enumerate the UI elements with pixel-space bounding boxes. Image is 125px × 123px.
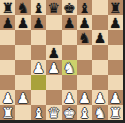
square-b8[interactable]: ♞ bbox=[15, 0, 30, 15]
piece-white-king[interactable]: ♚ bbox=[63, 106, 76, 120]
piece-white-bishop[interactable]: ♝ bbox=[32, 106, 45, 120]
square-d1[interactable]: ♛ bbox=[46, 105, 61, 120]
piece-white-rook[interactable]: ♜ bbox=[109, 106, 122, 120]
square-h8[interactable]: ♜ bbox=[108, 0, 123, 15]
square-f1[interactable]: ♝ bbox=[77, 105, 92, 120]
piece-white-pawn[interactable]: ♟ bbox=[94, 91, 107, 105]
piece-black-bishop[interactable]: ♝ bbox=[78, 1, 91, 15]
piece-black-pawn[interactable]: ♟ bbox=[1, 16, 14, 30]
square-g6[interactable]: ♟ bbox=[92, 30, 107, 45]
square-f2[interactable]: ♟ bbox=[77, 90, 92, 105]
square-c6[interactable] bbox=[31, 30, 46, 45]
piece-white-pawn[interactable]: ♟ bbox=[1, 91, 14, 105]
piece-black-pawn[interactable]: ♟ bbox=[109, 16, 122, 30]
square-h7[interactable]: ♟ bbox=[108, 15, 123, 30]
square-c7[interactable]: ♟ bbox=[31, 15, 46, 30]
square-h6[interactable] bbox=[108, 30, 123, 45]
square-e3[interactable] bbox=[62, 75, 77, 90]
square-c8[interactable]: ♝ bbox=[31, 0, 46, 15]
square-h5[interactable] bbox=[108, 45, 123, 60]
square-f5[interactable] bbox=[77, 45, 92, 60]
piece-white-pawn[interactable]: ♟ bbox=[17, 91, 30, 105]
square-e6[interactable] bbox=[62, 30, 77, 45]
piece-black-queen[interactable]: ♛ bbox=[48, 1, 61, 15]
square-e8[interactable]: ♚ bbox=[62, 0, 77, 15]
chess-app-window: ♜♞♝♛♚♝♜♟♟♟♟♟♟♞♟♟♟♟♞♟♟♟♟♟♟♜♝♛♚♝♞♜ bbox=[0, 0, 125, 123]
square-a2[interactable]: ♟ bbox=[0, 90, 15, 105]
piece-black-pawn[interactable]: ♟ bbox=[17, 16, 30, 30]
square-a7[interactable]: ♟ bbox=[0, 15, 15, 30]
square-h3[interactable] bbox=[108, 75, 123, 90]
square-c3[interactable] bbox=[31, 75, 46, 90]
square-b5[interactable] bbox=[15, 45, 30, 60]
square-b2[interactable]: ♟ bbox=[15, 90, 30, 105]
piece-white-pawn[interactable]: ♟ bbox=[109, 91, 122, 105]
piece-black-pawn[interactable]: ♟ bbox=[78, 16, 91, 30]
square-d4[interactable]: ♟ bbox=[46, 60, 61, 75]
square-g2[interactable]: ♟ bbox=[92, 90, 107, 105]
square-d7[interactable] bbox=[46, 15, 61, 30]
square-a8[interactable]: ♜ bbox=[0, 0, 15, 15]
piece-white-rook[interactable]: ♜ bbox=[1, 106, 14, 120]
square-c2[interactable] bbox=[31, 90, 46, 105]
square-g1[interactable]: ♞ bbox=[92, 105, 107, 120]
square-f3[interactable] bbox=[77, 75, 92, 90]
square-e4[interactable]: ♞ bbox=[62, 60, 77, 75]
square-e5[interactable] bbox=[62, 45, 77, 60]
square-a6[interactable] bbox=[0, 30, 15, 45]
piece-white-pawn[interactable]: ♟ bbox=[63, 91, 76, 105]
piece-black-pawn[interactable]: ♟ bbox=[32, 16, 45, 30]
square-c4[interactable]: ♟ bbox=[31, 60, 46, 75]
piece-black-rook[interactable]: ♜ bbox=[1, 1, 14, 15]
piece-white-pawn[interactable]: ♟ bbox=[48, 61, 61, 75]
square-b6[interactable] bbox=[15, 30, 30, 45]
square-e1[interactable]: ♚ bbox=[62, 105, 77, 120]
square-f6[interactable]: ♞ bbox=[77, 30, 92, 45]
square-c5[interactable] bbox=[31, 45, 46, 60]
square-g8[interactable] bbox=[92, 0, 107, 15]
square-b3[interactable] bbox=[15, 75, 30, 90]
square-e2[interactable]: ♟ bbox=[62, 90, 77, 105]
square-g4[interactable] bbox=[92, 60, 107, 75]
square-d3[interactable] bbox=[46, 75, 61, 90]
piece-black-knight[interactable]: ♞ bbox=[17, 1, 30, 15]
square-f7[interactable]: ♟ bbox=[77, 15, 92, 30]
piece-black-rook[interactable]: ♜ bbox=[109, 1, 122, 15]
square-c1[interactable]: ♝ bbox=[31, 105, 46, 120]
square-d6[interactable] bbox=[46, 30, 61, 45]
square-g7[interactable] bbox=[92, 15, 107, 30]
piece-black-pawn[interactable]: ♟ bbox=[94, 31, 107, 45]
square-a3[interactable] bbox=[0, 75, 15, 90]
piece-white-knight[interactable]: ♞ bbox=[94, 106, 107, 120]
piece-black-pawn[interactable]: ♟ bbox=[48, 46, 61, 60]
chess-board: ♜♞♝♛♚♝♜♟♟♟♟♟♟♞♟♟♟♟♞♟♟♟♟♟♟♜♝♛♚♝♞♜ bbox=[0, 0, 123, 120]
piece-black-pawn[interactable]: ♟ bbox=[63, 16, 76, 30]
square-g5[interactable] bbox=[92, 45, 107, 60]
square-b7[interactable]: ♟ bbox=[15, 15, 30, 30]
piece-white-knight[interactable]: ♞ bbox=[63, 61, 76, 75]
square-g3[interactable] bbox=[92, 75, 107, 90]
square-a1[interactable]: ♜ bbox=[0, 105, 15, 120]
square-a4[interactable] bbox=[0, 60, 15, 75]
square-f8[interactable]: ♝ bbox=[77, 0, 92, 15]
piece-white-bishop[interactable]: ♝ bbox=[78, 106, 91, 120]
square-b1[interactable] bbox=[15, 105, 30, 120]
piece-white-queen[interactable]: ♛ bbox=[48, 106, 61, 120]
piece-black-knight[interactable]: ♞ bbox=[78, 31, 91, 45]
square-a5[interactable] bbox=[0, 45, 15, 60]
square-f4[interactable] bbox=[77, 60, 92, 75]
square-h4[interactable] bbox=[108, 60, 123, 75]
piece-black-bishop[interactable]: ♝ bbox=[32, 1, 45, 15]
piece-black-king[interactable]: ♚ bbox=[63, 1, 76, 15]
square-d5[interactable]: ♟ bbox=[46, 45, 61, 60]
piece-white-pawn[interactable]: ♟ bbox=[32, 61, 45, 75]
square-b4[interactable] bbox=[15, 60, 30, 75]
square-d2[interactable] bbox=[46, 90, 61, 105]
square-e7[interactable]: ♟ bbox=[62, 15, 77, 30]
piece-white-pawn[interactable]: ♟ bbox=[78, 91, 91, 105]
square-d8[interactable]: ♛ bbox=[46, 0, 61, 15]
square-h1[interactable]: ♜ bbox=[108, 105, 123, 120]
square-h2[interactable]: ♟ bbox=[108, 90, 123, 105]
